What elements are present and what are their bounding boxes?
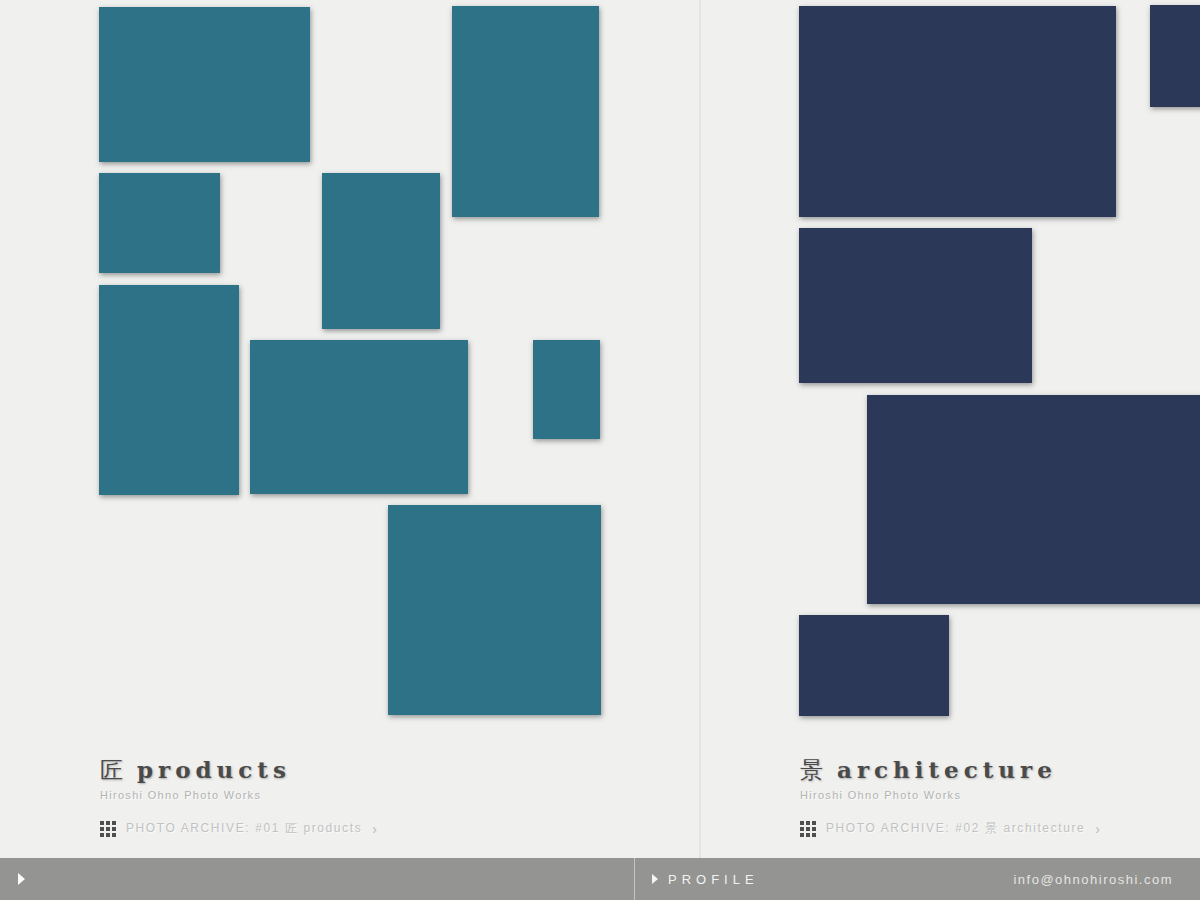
photo-tile-architecture[interactable]	[799, 228, 1032, 383]
chevron-right-icon: ›	[1095, 821, 1100, 837]
section-products: 匠products Hiroshi Ohno Photo Works PHOTO…	[100, 756, 530, 837]
architecture-title-latin: architecture	[837, 756, 1057, 783]
architecture-subtitle: Hiroshi Ohno Photo Works	[800, 788, 1200, 802]
photo-tile-products[interactable]	[99, 173, 220, 273]
archive-label-products: PHOTO ARCHIVE: #01 匠 products	[126, 820, 362, 837]
grid-icon	[100, 821, 116, 837]
page-divider	[699, 0, 701, 858]
products-title: 匠products	[100, 756, 530, 784]
grid-icon	[800, 821, 816, 837]
profile-link[interactable]: PROFILE	[652, 858, 759, 900]
photo-tile-products[interactable]	[388, 505, 601, 715]
profile-arrow-icon	[652, 874, 658, 884]
photo-tile-architecture[interactable]	[799, 6, 1116, 217]
photo-tile-products[interactable]	[533, 340, 600, 439]
nav-arrow-icon[interactable]	[18, 873, 25, 885]
photo-tile-architecture[interactable]	[867, 395, 1200, 604]
photo-tile-products[interactable]	[250, 340, 468, 494]
photo-archive-link-architecture[interactable]: PHOTO ARCHIVE: #02 景 architecture ›	[800, 820, 1200, 837]
photo-tile-products[interactable]	[99, 7, 310, 162]
products-kanji: 匠	[100, 757, 128, 783]
photo-tile-architecture[interactable]	[1150, 5, 1200, 107]
architecture-title: 景architecture	[800, 756, 1200, 784]
chevron-right-icon: ›	[372, 821, 377, 837]
bar-divider	[634, 858, 635, 900]
photo-tile-products[interactable]	[99, 285, 239, 495]
photo-tile-products[interactable]	[452, 6, 599, 217]
archive-label-architecture: PHOTO ARCHIVE: #02 景 architecture	[826, 820, 1085, 837]
contact-email[interactable]: info@ohnohiroshi.com	[1013, 858, 1173, 900]
architecture-kanji: 景	[800, 757, 828, 783]
products-title-latin: products	[137, 756, 291, 783]
page-root: 匠products Hiroshi Ohno Photo Works PHOTO…	[0, 0, 1200, 900]
photo-archive-link-products[interactable]: PHOTO ARCHIVE: #01 匠 products ›	[100, 820, 530, 837]
photo-tile-architecture[interactable]	[799, 615, 949, 716]
photo-tile-products[interactable]	[322, 173, 440, 329]
bottom-bar: PROFILE info@ohnohiroshi.com	[0, 858, 1200, 900]
products-subtitle: Hiroshi Ohno Photo Works	[100, 788, 530, 802]
section-architecture: 景architecture Hiroshi Ohno Photo Works P…	[800, 756, 1200, 837]
profile-label: PROFILE	[668, 872, 759, 887]
